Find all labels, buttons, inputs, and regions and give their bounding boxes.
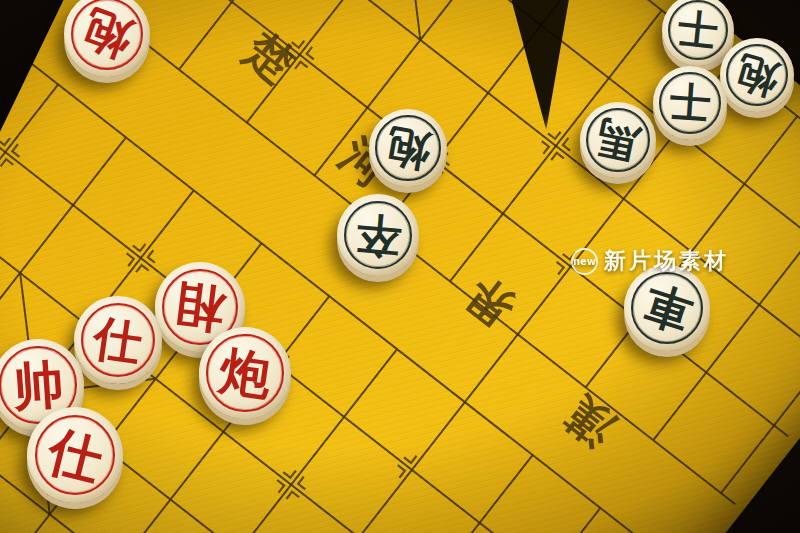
red-advisor-piece[interactable]: 仕 [27,407,123,503]
piece-ring: 車 [631,272,703,344]
piece-ring: 炮 [206,334,283,411]
piece-character: 炮 [383,123,433,173]
black-advisor-piece[interactable]: 士 [653,66,727,140]
stock-watermark: new 新片场素材 [571,246,729,276]
piece-character: 仕 [43,423,107,487]
piece-ring: 炮 [726,44,788,106]
piece-character: 卒 [354,211,403,260]
piece-ring: 仕 [35,415,116,496]
black-cannon-piece[interactable]: 炮 [720,38,794,112]
piece-ring: 馬 [586,108,650,172]
piece-ring: 士 [659,72,721,134]
xiangqi-board-photo: 楚 河 界 漢 炮相仕帅炮仕士炮士馬炮卒車 new 新片场素材 [0,0,800,533]
piece-character: 相 [172,279,228,335]
piece-character: 士 [676,8,720,52]
piece-ring: 士 [668,0,729,60]
piece-ring: 炮 [71,0,143,70]
new-badge-icon: new [571,248,598,275]
piece-ring: 仕 [81,303,155,377]
black-chariot-piece[interactable]: 車 [624,265,710,351]
piece-character: 炮 [216,344,274,402]
black-advisor-piece[interactable]: 士 [662,0,734,66]
piece-character: 炮 [732,50,783,101]
red-cannon-piece[interactable]: 炮 [64,0,150,77]
red-advisor-piece[interactable]: 仕 [74,296,162,384]
black-cannon-piece[interactable]: 炮 [369,109,447,187]
piece-character: 士 [668,81,712,125]
piece-character: 馬 [593,115,643,165]
black-soldier-piece[interactable]: 卒 [337,194,419,276]
piece-character: 仕 [91,313,145,367]
watermark-text: 新片场素材 [604,246,729,276]
black-horse-piece[interactable]: 馬 [580,102,656,178]
piece-ring: 卒 [344,201,413,270]
piece-character: 帅 [11,358,65,412]
red-cannon-piece[interactable]: 炮 [199,327,291,419]
piece-character: 車 [637,278,696,337]
piece-character: 炮 [77,4,137,64]
piece-ring: 炮 [375,115,441,181]
